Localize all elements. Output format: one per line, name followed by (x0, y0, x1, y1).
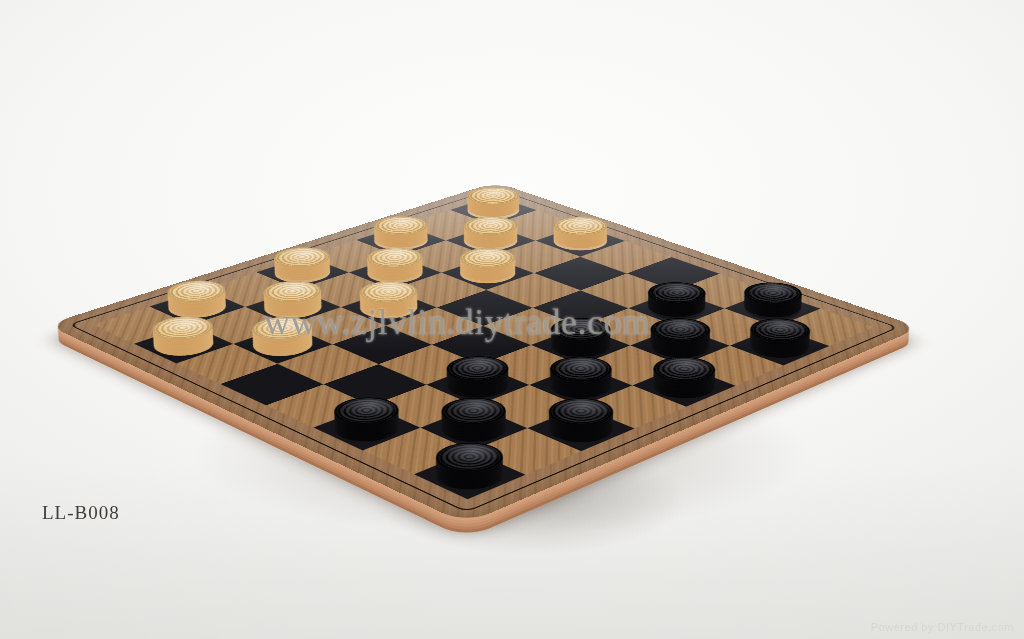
checkers-board (47, 182, 921, 524)
product-code-label: LL-B008 (42, 502, 120, 524)
product-photo: www.zjlvlin.diytrade.com LL-B008 Powered… (0, 0, 1024, 639)
powered-by-credit: Powered by DIYTrade.com (871, 621, 1014, 633)
board-surface (47, 182, 921, 524)
watermark-text: www.zjlvlin.diytrade.com (264, 301, 651, 343)
